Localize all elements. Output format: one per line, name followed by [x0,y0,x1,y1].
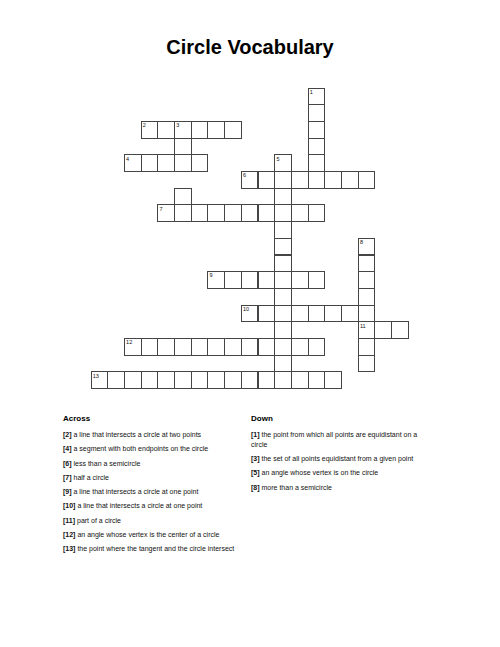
grid-cell[interactable] [324,171,342,189]
clue-number: [1] [251,431,260,438]
grid-cell[interactable] [291,338,309,356]
clue-text: more than a semicircle [260,484,332,491]
grid-cell[interactable] [274,338,292,356]
clue-text: the point from which all points are equi… [251,431,417,448]
grid-cell[interactable] [358,255,376,273]
clue-text: a segment with both endpoints on the cir… [72,445,209,452]
clue-item-across-11: [11] part of a circle [63,516,240,526]
clue-text: an angle whose vertex is the center of a… [75,531,219,538]
grid-cell[interactable] [274,321,292,339]
grid-cell[interactable] [141,338,159,356]
grid-cell[interactable] [207,121,225,139]
grid-cell[interactable] [191,338,209,356]
clue-number: [7] [63,474,72,481]
grid-cell[interactable] [274,238,292,256]
crossword-grid: 12345678910111213 [91,88,410,391]
clue-item-across-2: [2] a line that intersects a circle at t… [63,430,240,440]
grid-cell[interactable] [141,121,159,139]
grid-cell[interactable] [141,154,159,172]
grid-cell[interactable] [291,171,309,189]
clue-item-down-1: [1] the point from which all points are … [251,430,434,450]
clue-list-across: [2] a line that intersects a circle at t… [63,430,240,554]
grid-cell[interactable] [274,154,292,172]
grid-cell[interactable] [308,154,326,172]
grid-cell[interactable] [241,271,259,289]
grid-cell[interactable] [274,171,292,189]
grid-cell[interactable] [124,338,142,356]
clue-number: [2] [63,431,72,438]
clue-number: [13] [63,545,75,552]
clue-item-across-13: [13] the point where the tangent and the… [63,544,240,554]
grid-cell[interactable] [224,204,242,222]
grid-cell[interactable] [308,88,326,106]
clue-item-across-6: [6] less than a semicircle [63,459,240,469]
grid-cell[interactable] [258,204,276,222]
clue-item-across-4: [4] a segment with both endpoints on the… [63,444,240,454]
grid-cell[interactable] [207,338,225,356]
grid-cell[interactable] [91,371,109,389]
grid-cell[interactable] [274,288,292,306]
grid-cell[interactable] [274,371,292,389]
grid-cell[interactable] [274,255,292,273]
grid-cell[interactable] [174,121,192,139]
grid-cell[interactable] [308,138,326,156]
clue-item-across-9: [9] a line that intersects a circle at o… [63,487,240,497]
clue-text: the point where the tangent and the circ… [75,545,234,552]
grid-cell[interactable] [358,271,376,289]
grid-cell[interactable] [358,305,376,323]
grid-cell[interactable] [358,355,376,373]
grid-cell[interactable] [174,188,192,206]
grid-cell[interactable] [274,188,292,206]
grid-cell[interactable] [157,204,175,222]
grid-cell[interactable] [241,305,259,323]
grid-cell[interactable] [157,121,175,139]
clue-number: [12] [63,531,75,538]
grid-cell[interactable] [157,154,175,172]
grid-cell[interactable] [291,204,309,222]
clue-item-down-3: [3] the set of all points equidistant fr… [251,454,434,464]
clue-number: [8] [251,484,260,491]
clue-text: a line that intersects a circle at two p… [72,431,202,438]
clue-item-down-5: [5] an angle whose vertex is on the circ… [251,468,434,478]
grid-cell[interactable] [207,371,225,389]
grid-cell[interactable] [274,305,292,323]
grid-cell[interactable] [191,121,209,139]
grid-cell[interactable] [308,271,326,289]
across-section: Across [2] a line that intersects a circ… [63,414,240,559]
clue-number: [9] [63,488,72,495]
grid-cell[interactable] [341,305,359,323]
grid-cell[interactable] [241,171,259,189]
clue-text: less than a semicircle [72,460,141,467]
grid-cell[interactable] [291,271,309,289]
grid-cell[interactable] [207,204,225,222]
grid-cell[interactable] [191,371,209,389]
clue-number: [11] [63,517,75,524]
clue-text: part of a circle [75,517,121,524]
grid-cell[interactable] [258,338,276,356]
grid-cell[interactable] [174,338,192,356]
grid-cell[interactable] [174,204,192,222]
clue-number: [3] [251,455,260,462]
grid-cell[interactable] [274,271,292,289]
grid-cell[interactable] [191,154,209,172]
grid-cell[interactable] [391,321,409,339]
grid-cell[interactable] [291,305,309,323]
clue-text: a line that intersects a circle at one p… [75,502,202,509]
clue-list-down: [1] the point from which all points are … [251,430,434,492]
grid-cell[interactable] [258,271,276,289]
grid-cell[interactable] [174,138,192,156]
page-root: { "title": "Circle Vocabulary", "game": … [0,0,500,647]
grid-cell[interactable] [308,121,326,139]
grid-cell[interactable] [224,338,242,356]
grid-cell[interactable] [258,305,276,323]
grid-cell[interactable] [258,171,276,189]
grid-cell[interactable] [258,371,276,389]
grid-cell[interactable] [358,238,376,256]
clue-text: the set of all points equidistant from a… [260,455,414,462]
grid-cell[interactable] [174,154,192,172]
grid-cell[interactable] [308,338,326,356]
grid-cell[interactable] [358,171,376,189]
clue-number: [5] [251,469,260,476]
grid-cell[interactable] [224,271,242,289]
clue-item-across-12: [12] an angle whose vertex is the center… [63,530,240,540]
grid-cell[interactable] [191,204,209,222]
grid-cell[interactable] [358,321,376,339]
grid-cell[interactable] [358,338,376,356]
clue-text: an angle whose vertex is on the circle [260,469,379,476]
grid-cell[interactable] [157,371,175,389]
grid-cell[interactable] [124,371,142,389]
grid-cell[interactable] [291,371,309,389]
grid-cell[interactable] [141,371,159,389]
grid-cell[interactable] [174,371,192,389]
grid-cell[interactable] [308,305,326,323]
grid-cell[interactable] [157,338,175,356]
grid-cell[interactable] [308,171,326,189]
grid-cell[interactable] [341,171,359,189]
grid-cell[interactable] [274,221,292,239]
grid-cell[interactable] [207,271,225,289]
grid-cell[interactable] [324,305,342,323]
across-header: Across [63,414,240,423]
grid-cell[interactable] [308,371,326,389]
grid-cell[interactable] [241,338,259,356]
grid-cell[interactable] [241,204,259,222]
grid-cell[interactable] [241,371,259,389]
clue-text: a line that intersects a circle at one p… [72,488,199,495]
grid-cell[interactable] [107,371,125,389]
grid-cell[interactable] [224,371,242,389]
clue-item-down-8: [8] more than a semicircle [251,483,434,493]
grid-cell[interactable] [308,204,326,222]
grid-cell[interactable] [274,355,292,373]
grid-cell[interactable] [224,121,242,139]
puzzle-title: Circle Vocabulary [0,36,500,59]
down-section: Down [1] the point from which all points… [251,414,434,497]
clue-number: [4] [63,445,72,452]
grid-cell[interactable] [308,104,326,122]
clue-text: half a circle [72,474,109,481]
down-header: Down [251,414,434,423]
clue-item-across-10: [10] a line that intersects a circle at … [63,501,240,511]
clue-item-across-7: [7] half a circle [63,473,240,483]
clue-number: [6] [63,460,72,467]
grid-cell[interactable] [324,371,342,389]
grid-cell[interactable] [358,288,376,306]
grid-cell[interactable] [124,154,142,172]
grid-cell[interactable] [274,204,292,222]
clue-number: [10] [63,502,75,509]
grid-cell[interactable] [374,321,392,339]
